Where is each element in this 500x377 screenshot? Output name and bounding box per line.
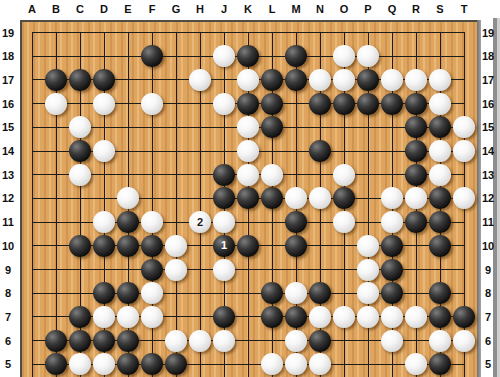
stone-white-Q11[interactable]	[381, 211, 403, 233]
stone-black-C17[interactable]	[69, 69, 91, 91]
stone-white-N17[interactable]	[309, 69, 331, 91]
stone-white-R17[interactable]	[405, 69, 427, 91]
stone-black-M11[interactable]	[285, 211, 307, 233]
stone-white-M6[interactable]	[285, 330, 307, 352]
stone-white-G10[interactable]	[165, 235, 187, 257]
stone-black-L7[interactable]	[261, 306, 283, 328]
stone-black-D10[interactable]	[93, 235, 115, 257]
grid-line-col-A	[32, 32, 33, 377]
column-label-C: C	[72, 2, 88, 16]
stone-black-P16[interactable]	[357, 93, 379, 115]
row-label-left-17: 17	[0, 73, 16, 87]
column-label-L: L	[264, 2, 280, 16]
stone-white-H17[interactable]	[189, 69, 211, 91]
column-label-E: E	[120, 2, 136, 16]
row-label-right-16: 16	[479, 97, 497, 111]
grid-line-col-G	[176, 32, 177, 377]
move-number-2: 2	[197, 217, 203, 228]
row-label-left-14: 14	[0, 144, 16, 158]
row-label-left-13: 13	[0, 168, 16, 182]
stone-black-Q9[interactable]	[381, 259, 403, 281]
stone-white-J16[interactable]	[213, 93, 235, 115]
grid-line-row-19	[32, 32, 465, 33]
stone-white-G6[interactable]	[165, 330, 187, 352]
stone-black-M17[interactable]	[285, 69, 307, 91]
stone-white-J11[interactable]	[213, 211, 235, 233]
stone-white-S6[interactable]	[429, 330, 451, 352]
stone-black-O16[interactable]	[333, 93, 355, 115]
row-label-left-6: 6	[0, 334, 16, 348]
stone-white-C13[interactable]	[69, 164, 91, 186]
row-label-left-18: 18	[0, 49, 16, 63]
row-label-right-9: 9	[479, 263, 497, 277]
row-label-left-16: 16	[0, 97, 16, 111]
stone-white-S14[interactable]	[429, 140, 451, 162]
stone-white-D11[interactable]	[93, 211, 115, 233]
stone-white-N7[interactable]	[309, 306, 331, 328]
stone-black-R16[interactable]	[405, 93, 427, 115]
stone-white-O7[interactable]	[333, 306, 355, 328]
stone-white-S17[interactable]	[429, 69, 451, 91]
stone-white-H6[interactable]	[189, 330, 211, 352]
stone-white-S13[interactable]	[429, 164, 451, 186]
stone-white-L13[interactable]	[261, 164, 283, 186]
stone-black-K10[interactable]	[237, 235, 259, 257]
row-label-right-17: 17	[479, 73, 497, 87]
column-label-R: R	[408, 2, 424, 16]
stone-black-L17[interactable]	[261, 69, 283, 91]
go-board-screen: ABCDEFGHJKLMNOPQRST191918181717161615151…	[0, 0, 500, 377]
row-label-left-9: 9	[0, 263, 16, 277]
row-label-left-7: 7	[0, 310, 16, 324]
stone-black-S11[interactable]	[429, 211, 451, 233]
row-label-left-15: 15	[0, 120, 16, 134]
stone-black-F9[interactable]	[141, 259, 163, 281]
row-label-right-14: 14	[479, 144, 497, 158]
stone-black-T7[interactable]	[453, 306, 475, 328]
row-label-left-5: 5	[0, 357, 16, 371]
stone-black-C10[interactable]	[69, 235, 91, 257]
row-label-right-5: 5	[479, 357, 497, 371]
stone-black-C7[interactable]	[69, 306, 91, 328]
column-label-T: T	[456, 2, 472, 16]
stone-white-T14[interactable]	[453, 140, 475, 162]
stone-white-D16[interactable]	[93, 93, 115, 115]
stone-black-J13[interactable]	[213, 164, 235, 186]
stone-black-J7[interactable]	[213, 306, 235, 328]
column-label-Q: Q	[384, 2, 400, 16]
stone-black-N6[interactable]	[309, 330, 331, 352]
stone-white-F7[interactable]	[141, 306, 163, 328]
row-label-right-8: 8	[479, 286, 497, 300]
stone-black-R11[interactable]	[405, 211, 427, 233]
row-label-left-11: 11	[0, 215, 16, 229]
stone-black-M7[interactable]	[285, 306, 307, 328]
stone-black-D6[interactable]	[93, 330, 115, 352]
stone-white-K14[interactable]	[237, 140, 259, 162]
column-label-J: J	[216, 2, 232, 16]
stone-white-H11[interactable]: 2	[189, 211, 211, 233]
stone-black-K16[interactable]	[237, 93, 259, 115]
stone-black-L16[interactable]	[261, 93, 283, 115]
stone-black-E10[interactable]	[117, 235, 139, 257]
column-label-F: F	[144, 2, 160, 16]
stone-white-Q7[interactable]	[381, 306, 403, 328]
stone-white-S16[interactable]	[429, 93, 451, 115]
row-label-left-19: 19	[0, 26, 16, 40]
stone-white-P10[interactable]	[357, 235, 379, 257]
stone-black-S10[interactable]	[429, 235, 451, 257]
move-number-1: 1	[221, 240, 227, 251]
column-label-H: H	[192, 2, 208, 16]
column-label-G: G	[168, 2, 184, 16]
row-label-right-11: 11	[479, 215, 497, 229]
stone-black-D17[interactable]	[93, 69, 115, 91]
stone-white-P9[interactable]	[357, 259, 379, 281]
stone-white-E7[interactable]	[117, 306, 139, 328]
row-label-right-19: 19	[479, 26, 497, 40]
column-label-K: K	[240, 2, 256, 16]
column-label-O: O	[336, 2, 352, 16]
stone-black-F10[interactable]	[141, 235, 163, 257]
stone-white-K13[interactable]	[237, 164, 259, 186]
row-label-right-10: 10	[479, 239, 497, 253]
stone-white-Q6[interactable]	[381, 330, 403, 352]
stone-black-M10[interactable]	[285, 235, 307, 257]
stone-black-R13[interactable]	[405, 164, 427, 186]
stone-white-J9[interactable]	[213, 259, 235, 281]
stone-white-T6[interactable]	[453, 330, 475, 352]
stone-black-E6[interactable]	[117, 330, 139, 352]
stone-black-B6[interactable]	[45, 330, 67, 352]
row-label-left-8: 8	[0, 286, 16, 300]
stone-black-N16[interactable]	[309, 93, 331, 115]
row-label-right-6: 6	[479, 334, 497, 348]
row-label-right-18: 18	[479, 49, 497, 63]
stone-black-Q10[interactable]	[381, 235, 403, 257]
row-label-right-12: 12	[479, 191, 497, 205]
stone-white-O11[interactable]	[333, 211, 355, 233]
stone-white-G9[interactable]	[165, 259, 187, 281]
stone-white-D14[interactable]	[93, 140, 115, 162]
column-label-B: B	[48, 2, 64, 16]
stone-white-D7[interactable]	[93, 306, 115, 328]
row-label-right-13: 13	[479, 168, 497, 182]
stone-white-K17[interactable]	[237, 69, 259, 91]
stone-white-F16[interactable]	[141, 93, 163, 115]
stone-black-E11[interactable]	[117, 211, 139, 233]
row-label-left-10: 10	[0, 239, 16, 253]
column-label-S: S	[432, 2, 448, 16]
stone-black-S7[interactable]	[429, 306, 451, 328]
stone-white-B16[interactable]	[45, 93, 67, 115]
column-label-P: P	[360, 2, 376, 16]
stone-white-Q17[interactable]	[381, 69, 403, 91]
stone-black-B17[interactable]	[45, 69, 67, 91]
column-label-D: D	[96, 2, 112, 16]
row-label-left-12: 12	[0, 191, 16, 205]
column-label-M: M	[288, 2, 304, 16]
stone-black-J10[interactable]: 1	[213, 235, 235, 257]
stone-white-R7[interactable]	[405, 306, 427, 328]
stone-white-J6[interactable]	[213, 330, 235, 352]
column-label-N: N	[312, 2, 328, 16]
stone-white-O17[interactable]	[333, 69, 355, 91]
stone-black-C14[interactable]	[69, 140, 91, 162]
stone-black-N14[interactable]	[309, 140, 331, 162]
row-label-right-15: 15	[479, 120, 497, 134]
stone-white-O13[interactable]	[333, 164, 355, 186]
row-label-right-7: 7	[479, 310, 497, 324]
stone-black-C6[interactable]	[69, 330, 91, 352]
stone-black-R14[interactable]	[405, 140, 427, 162]
stone-black-Q16[interactable]	[381, 93, 403, 115]
stone-white-P7[interactable]	[357, 306, 379, 328]
stone-white-F11[interactable]	[141, 211, 163, 233]
column-label-A: A	[24, 2, 40, 16]
stone-black-P17[interactable]	[357, 69, 379, 91]
